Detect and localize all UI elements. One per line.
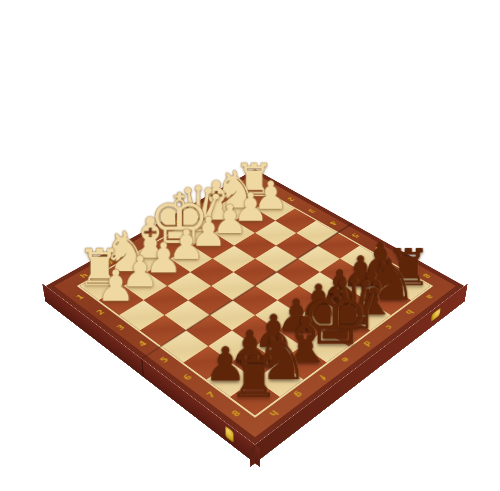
board-frame: 12345678 12345678 abcdefgh abcdefgh ♜♟♟♜… bbox=[46, 169, 465, 444]
playing-area: ♜♟♟♜♞♟♟♞♝♟♟♝♛♟♟♛♚♟♟♚♝♟♟♝♞♟♟♞♜♟♟♜ bbox=[77, 185, 433, 418]
coord-label-3: 3 bbox=[103, 316, 139, 340]
chess-board: 12345678 12345678 abcdefgh abcdefgh ♜♟♟♜… bbox=[46, 169, 465, 444]
gold-clasp-right bbox=[430, 307, 441, 323]
fold-seam-edge bbox=[141, 358, 144, 378]
squares-grid: ♜♟♟♜♞♟♟♞♝♟♟♝♛♟♟♛♚♟♟♚♝♟♟♝♞♟♟♞♜♟♟♜ bbox=[80, 186, 431, 415]
product-photo-scene: 12345678 12345678 abcdefgh abcdefgh ♜♟♟♜… bbox=[0, 0, 500, 491]
square-d8: ♛ bbox=[324, 315, 370, 346]
square-d5 bbox=[255, 272, 299, 300]
coord-label-4: 4 bbox=[124, 331, 161, 355]
square-e4 bbox=[211, 272, 255, 300]
coord-label-1: 1 bbox=[62, 286, 97, 308]
